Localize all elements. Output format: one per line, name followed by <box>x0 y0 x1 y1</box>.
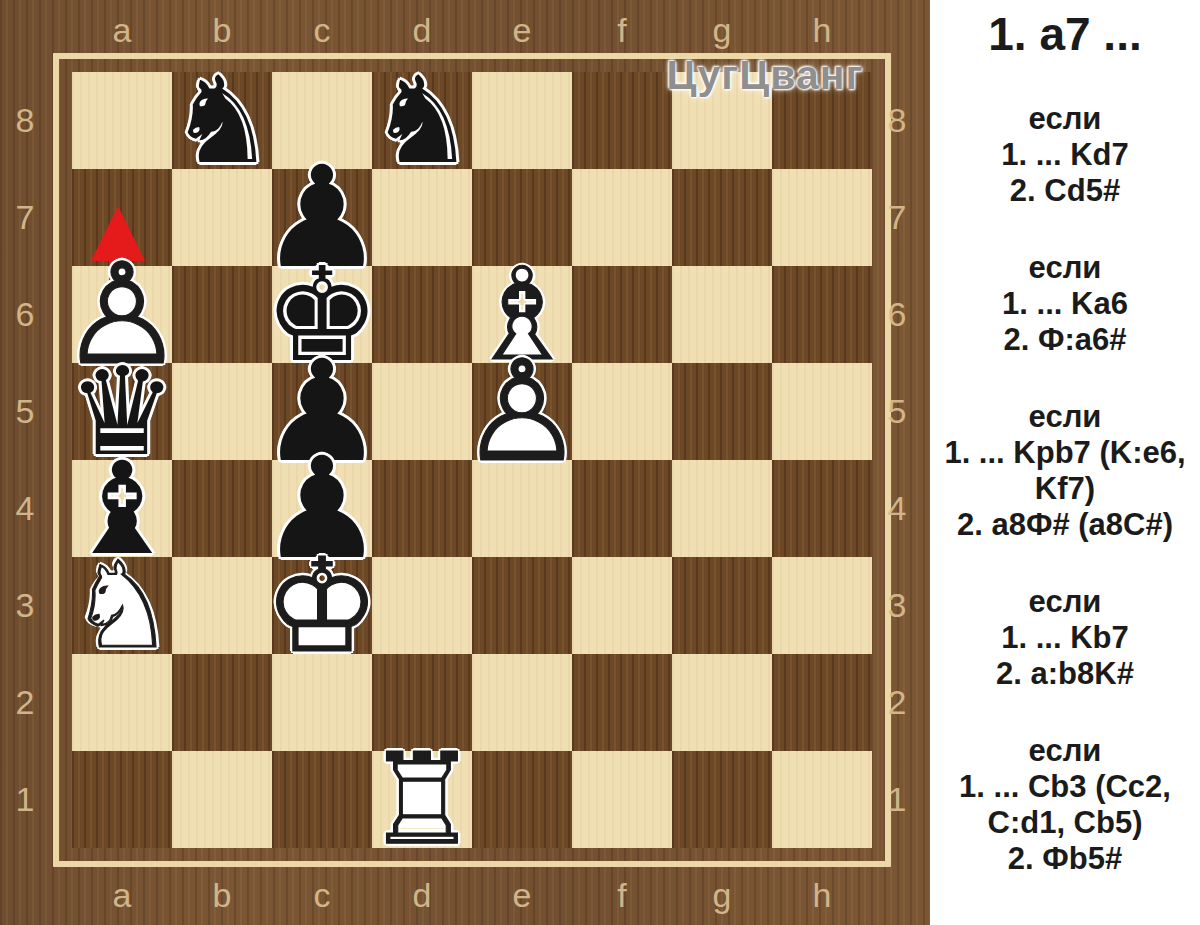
square-f6 <box>572 266 672 363</box>
square-a7 <box>72 169 172 266</box>
square-a5 <box>72 363 172 460</box>
rank-label-left-3: 3 <box>2 557 48 654</box>
variation-move-line: 1. ... Kpb7 (K:e6, <box>930 435 1200 471</box>
square-d5 <box>372 363 472 460</box>
square-g6 <box>672 266 772 363</box>
square-b5 <box>172 363 272 460</box>
rank-label-right-6: 6 <box>874 266 920 363</box>
variation-move-line: 2. a8Ф# (a8C#) <box>930 507 1200 543</box>
square-b1 <box>172 751 272 848</box>
square-g4 <box>672 460 772 557</box>
variation-condition: если <box>930 399 1200 435</box>
square-a6 <box>72 266 172 363</box>
file-label-top-a: a <box>72 7 172 53</box>
rank-label-right-4: 4 <box>874 460 920 557</box>
variation-move-line: 2. Cd5# <box>930 173 1200 209</box>
square-e1 <box>472 751 572 848</box>
square-g7 <box>672 169 772 266</box>
variation-move-line: 1. ... Cb3 (Cc2, <box>930 769 1200 805</box>
rank-label-left-8: 8 <box>2 72 48 169</box>
square-d6 <box>372 266 472 363</box>
square-d3 <box>372 557 472 654</box>
square-g1 <box>672 751 772 848</box>
square-a8 <box>72 72 172 169</box>
file-label-bottom-a: a <box>72 872 172 918</box>
file-label-bottom-d: d <box>372 872 472 918</box>
variation-3: если1. ... Kpb7 (K:e6,Kf7)2. a8Ф# (a8C#) <box>930 399 1200 543</box>
variation-5: если1. ... Cb3 (Cc2,C:d1, Cb5)2. Фb5# <box>930 733 1200 877</box>
square-g5 <box>672 363 772 460</box>
variation-1: если1. ... Kd72. Cd5# <box>930 101 1200 209</box>
square-e2 <box>472 654 572 751</box>
variation-move-line: 2. Фb5# <box>930 841 1200 877</box>
square-f5 <box>572 363 672 460</box>
rank-label-right-3: 3 <box>874 557 920 654</box>
chess-board: aabbccddeeffgghh8877665544332211 ♞♞♟♟♙♚♝… <box>0 0 930 925</box>
rank-label-right-7: 7 <box>874 169 920 266</box>
square-c7 <box>272 169 372 266</box>
variation-move-line: 1. ... Kd7 <box>930 137 1200 173</box>
watermark-text: ЦугЦванг <box>640 52 890 98</box>
file-label-top-e: e <box>472 7 572 53</box>
square-g2 <box>672 654 772 751</box>
file-label-bottom-e: e <box>472 872 572 918</box>
file-label-bottom-b: b <box>172 872 272 918</box>
square-a4 <box>72 460 172 557</box>
square-c3 <box>272 557 372 654</box>
variation-move-line: 1. ... Kb7 <box>930 620 1200 656</box>
square-f7 <box>572 169 672 266</box>
rank-label-left-4: 4 <box>2 460 48 557</box>
square-e8 <box>472 72 572 169</box>
file-label-top-h: h <box>772 7 872 53</box>
file-label-top-f: f <box>572 7 672 53</box>
square-c1 <box>272 751 372 848</box>
variation-4: если1. ... Kb72. a:b8K# <box>930 584 1200 692</box>
rank-label-right-2: 2 <box>874 654 920 751</box>
file-label-bottom-f: f <box>572 872 672 918</box>
variation-move-line: C:d1, Cb5) <box>930 805 1200 841</box>
square-h3 <box>772 557 872 654</box>
rank-label-left-2: 2 <box>2 654 48 751</box>
square-c2 <box>272 654 372 751</box>
square-f2 <box>572 654 672 751</box>
square-a2 <box>72 654 172 751</box>
file-label-top-c: c <box>272 7 372 53</box>
variation-condition: если <box>930 584 1200 620</box>
rank-label-left-7: 7 <box>2 169 48 266</box>
square-d2 <box>372 654 472 751</box>
variation-condition: если <box>930 733 1200 769</box>
square-d1 <box>372 751 472 848</box>
board-squares <box>72 72 872 848</box>
screenshot-root: aabbccddeeffgghh8877665544332211 ♞♞♟♟♙♚♝… <box>0 0 1200 925</box>
square-f1 <box>572 751 672 848</box>
square-d7 <box>372 169 472 266</box>
square-c4 <box>272 460 372 557</box>
rank-label-left-5: 5 <box>2 363 48 460</box>
rank-label-left-6: 6 <box>2 266 48 363</box>
square-h7 <box>772 169 872 266</box>
square-h2 <box>772 654 872 751</box>
square-e4 <box>472 460 572 557</box>
file-label-top-g: g <box>672 7 772 53</box>
square-f4 <box>572 460 672 557</box>
rank-label-right-1: 1 <box>874 751 920 848</box>
square-b6 <box>172 266 272 363</box>
square-f3 <box>572 557 672 654</box>
variation-condition: если <box>930 101 1200 137</box>
square-b4 <box>172 460 272 557</box>
square-e3 <box>472 557 572 654</box>
variation-move-line: Kf7) <box>930 471 1200 507</box>
rank-label-left-1: 1 <box>2 751 48 848</box>
variation-2: если1. ... Ka62. Ф:a6# <box>930 250 1200 358</box>
square-d8 <box>372 72 472 169</box>
square-h1 <box>772 751 872 848</box>
file-label-top-d: d <box>372 7 472 53</box>
variation-move-line: 2. a:b8K# <box>930 656 1200 692</box>
square-b3 <box>172 557 272 654</box>
analysis-panel: 1. a7 ... если1. ... Kd72. Cd5#если1. ..… <box>930 0 1200 925</box>
file-label-bottom-c: c <box>272 872 372 918</box>
square-c8 <box>272 72 372 169</box>
square-h6 <box>772 266 872 363</box>
file-label-bottom-g: g <box>672 872 772 918</box>
square-b2 <box>172 654 272 751</box>
square-e7 <box>472 169 572 266</box>
square-c6 <box>272 266 372 363</box>
variation-move-line: 1. ... Ka6 <box>930 286 1200 322</box>
square-e5 <box>472 363 572 460</box>
file-label-bottom-h: h <box>772 872 872 918</box>
square-b7 <box>172 169 272 266</box>
variation-condition: если <box>930 250 1200 286</box>
square-d4 <box>372 460 472 557</box>
square-a3 <box>72 557 172 654</box>
square-h4 <box>772 460 872 557</box>
main-move-title: 1. a7 ... <box>930 8 1200 60</box>
square-c5 <box>272 363 372 460</box>
square-a1 <box>72 751 172 848</box>
square-e6 <box>472 266 572 363</box>
rank-label-right-5: 5 <box>874 363 920 460</box>
file-label-top-b: b <box>172 7 272 53</box>
variation-move-line: 2. Ф:a6# <box>930 322 1200 358</box>
square-b8 <box>172 72 272 169</box>
square-h5 <box>772 363 872 460</box>
variations-list: если1. ... Kd72. Cd5#если1. ... Ka62. Ф:… <box>930 101 1200 877</box>
square-g3 <box>672 557 772 654</box>
